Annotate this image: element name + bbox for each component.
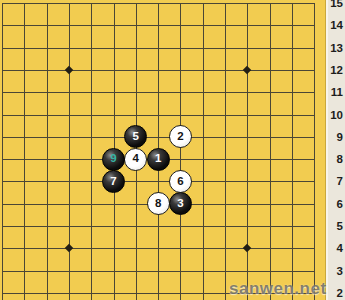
stone-number: 9 [110,153,116,165]
row-label-7: 7 [328,175,343,188]
stone-white-8: 8 [147,192,170,215]
row-label-2: 2 [328,287,343,300]
stones-layer: 123456789 [0,0,325,300]
stone-white-4: 4 [124,148,147,171]
row-label-8: 8 [328,153,343,166]
go-diagram: 123456789 15141312111098765432 sanwen.ne… [0,0,345,300]
row-label-15: 15 [328,0,343,10]
stone-number: 3 [177,198,183,210]
stone-number: 7 [110,176,116,188]
stone-black-7: 7 [102,170,125,193]
stone-white-6: 6 [169,170,192,193]
row-label-4: 4 [328,242,343,255]
row-label-13: 13 [328,42,343,55]
stone-number: 8 [155,198,161,210]
row-label-11: 11 [328,86,343,99]
row-label-strip: 15141312111098765432 [325,0,345,300]
stone-white-2: 2 [169,125,192,148]
stone-black-9: 9 [102,148,125,171]
row-label-12: 12 [328,64,343,77]
row-label-6: 6 [328,198,343,211]
stone-number: 4 [133,153,139,165]
row-label-5: 5 [328,220,343,233]
row-label-3: 3 [328,265,343,278]
stone-black-5: 5 [124,125,147,148]
stone-number: 6 [177,176,183,188]
stone-black-1: 1 [147,148,170,171]
row-label-10: 10 [328,109,343,122]
row-label-14: 14 [328,19,343,32]
stone-black-3: 3 [169,192,192,215]
row-label-9: 9 [328,131,343,144]
watermark: sanwen.net [229,279,327,299]
stone-number: 5 [133,131,139,143]
stone-number: 1 [155,153,161,165]
stone-number: 2 [177,131,183,143]
